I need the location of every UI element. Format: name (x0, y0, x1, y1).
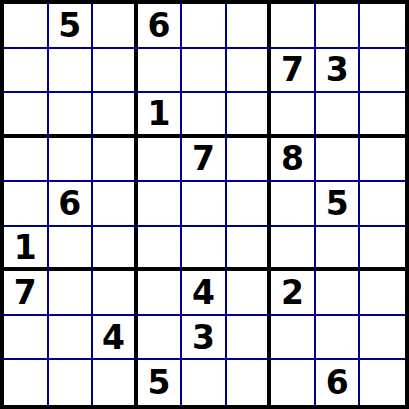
cell-r6c2[interactable] (49, 227, 94, 272)
given-cell-r7c7[interactable]: 2 (271, 271, 316, 316)
cell-r7c4[interactable] (138, 271, 183, 316)
given-cell-r4c7[interactable]: 8 (271, 138, 316, 183)
cell-r2c2[interactable] (49, 49, 94, 94)
cell-r1c7[interactable] (271, 4, 316, 49)
given-cell-r6c1[interactable]: 1 (4, 227, 49, 272)
given-cell-r1c2[interactable]: 5 (49, 4, 94, 49)
cell-r2c5[interactable] (182, 49, 227, 94)
cell-r9c7[interactable] (271, 360, 316, 405)
cell-r3c1[interactable] (4, 93, 49, 138)
cell-r8c8[interactable] (316, 316, 361, 361)
cell-r5c1[interactable] (4, 182, 49, 227)
cell-r5c9[interactable] (360, 182, 405, 227)
cell-r3c5[interactable] (182, 93, 227, 138)
cell-r7c3[interactable] (93, 271, 138, 316)
cell-r7c8[interactable] (316, 271, 361, 316)
cell-r4c2[interactable] (49, 138, 94, 183)
cell-r8c6[interactable] (227, 316, 272, 361)
cell-r4c1[interactable] (4, 138, 49, 183)
cell-r3c7[interactable] (271, 93, 316, 138)
cell-r5c4[interactable] (138, 182, 183, 227)
cell-r2c6[interactable] (227, 49, 272, 94)
cell-r4c8[interactable] (316, 138, 361, 183)
given-cell-r2c7[interactable]: 7 (271, 49, 316, 94)
cell-r9c9[interactable] (360, 360, 405, 405)
cell-r7c9[interactable] (360, 271, 405, 316)
cell-r6c6[interactable] (227, 227, 272, 272)
given-cell-r8c3[interactable]: 4 (93, 316, 138, 361)
cell-r6c5[interactable] (182, 227, 227, 272)
cell-r8c7[interactable] (271, 316, 316, 361)
cell-r4c9[interactable] (360, 138, 405, 183)
cell-r8c1[interactable] (4, 316, 49, 361)
cell-r3c3[interactable] (93, 93, 138, 138)
given-cell-r8c5[interactable]: 3 (182, 316, 227, 361)
cell-r3c2[interactable] (49, 93, 94, 138)
cell-r1c6[interactable] (227, 4, 272, 49)
cell-r1c5[interactable] (182, 4, 227, 49)
given-cell-r2c8[interactable]: 3 (316, 49, 361, 94)
cell-r6c3[interactable] (93, 227, 138, 272)
cell-r4c3[interactable] (93, 138, 138, 183)
given-cell-r9c4[interactable]: 5 (138, 360, 183, 405)
cell-r2c1[interactable] (4, 49, 49, 94)
cell-r8c2[interactable] (49, 316, 94, 361)
cell-r1c9[interactable] (360, 4, 405, 49)
given-cell-r1c4[interactable]: 6 (138, 4, 183, 49)
given-cell-r4c5[interactable]: 7 (182, 138, 227, 183)
cell-r6c8[interactable] (316, 227, 361, 272)
given-cell-r7c1[interactable]: 7 (4, 271, 49, 316)
cell-r3c8[interactable] (316, 93, 361, 138)
cell-r4c6[interactable] (227, 138, 272, 183)
cell-r6c7[interactable] (271, 227, 316, 272)
given-cell-r9c8[interactable]: 6 (316, 360, 361, 405)
cell-r2c9[interactable] (360, 49, 405, 94)
given-cell-r3c4[interactable]: 1 (138, 93, 183, 138)
cell-r5c7[interactable] (271, 182, 316, 227)
cell-r6c4[interactable] (138, 227, 183, 272)
cell-r9c5[interactable] (182, 360, 227, 405)
cell-r7c2[interactable] (49, 271, 94, 316)
given-cell-r5c8[interactable]: 5 (316, 182, 361, 227)
cell-r2c3[interactable] (93, 49, 138, 94)
cell-r1c8[interactable] (316, 4, 361, 49)
cell-r9c1[interactable] (4, 360, 49, 405)
cell-r2c4[interactable] (138, 49, 183, 94)
cell-r9c3[interactable] (93, 360, 138, 405)
cell-r5c3[interactable] (93, 182, 138, 227)
cell-r5c5[interactable] (182, 182, 227, 227)
cell-r4c4[interactable] (138, 138, 183, 183)
given-cell-r7c5[interactable]: 4 (182, 271, 227, 316)
cell-r8c4[interactable] (138, 316, 183, 361)
cell-r9c6[interactable] (227, 360, 272, 405)
cell-r8c9[interactable] (360, 316, 405, 361)
cell-r6c9[interactable] (360, 227, 405, 272)
cell-r9c2[interactable] (49, 360, 94, 405)
cell-r7c6[interactable] (227, 271, 272, 316)
cell-r1c3[interactable] (93, 4, 138, 49)
cell-r3c6[interactable] (227, 93, 272, 138)
cell-r1c1[interactable] (4, 4, 49, 49)
given-cell-r5c2[interactable]: 6 (49, 182, 94, 227)
sudoku-board: 56731786517424356 (0, 0, 409, 409)
cell-r3c9[interactable] (360, 93, 405, 138)
cell-r5c6[interactable] (227, 182, 272, 227)
